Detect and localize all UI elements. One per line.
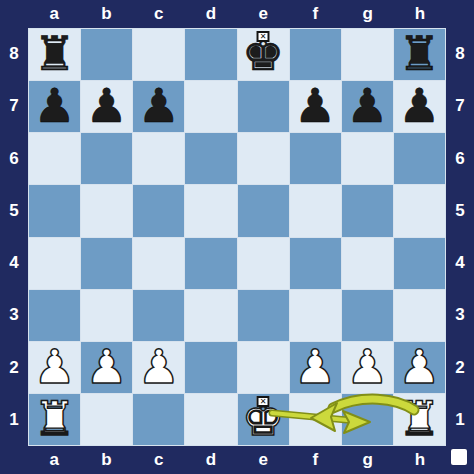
square-e7[interactable] bbox=[238, 81, 289, 132]
square-f2[interactable]: ♟ bbox=[290, 342, 341, 393]
square-d2[interactable] bbox=[185, 342, 236, 393]
square-a4[interactable] bbox=[29, 238, 80, 289]
square-f3[interactable] bbox=[290, 290, 341, 341]
square-b4[interactable] bbox=[81, 238, 132, 289]
square-f4[interactable] bbox=[290, 238, 341, 289]
square-c2[interactable]: ♟ bbox=[133, 342, 184, 393]
square-g2[interactable]: ♟ bbox=[342, 342, 393, 393]
square-d3[interactable] bbox=[185, 290, 236, 341]
square-b3[interactable] bbox=[81, 290, 132, 341]
square-a5[interactable] bbox=[29, 185, 80, 236]
square-e2[interactable] bbox=[238, 342, 289, 393]
file-label-a: a bbox=[49, 450, 58, 470]
square-g3[interactable] bbox=[342, 290, 393, 341]
white-king-cross-finial: ✕ bbox=[257, 396, 270, 407]
square-c1[interactable] bbox=[133, 394, 184, 445]
square-g1[interactable] bbox=[342, 394, 393, 445]
square-e3[interactable] bbox=[238, 290, 289, 341]
square-b6[interactable] bbox=[81, 133, 132, 184]
rank-label-7: 7 bbox=[455, 96, 464, 116]
piece-black-pawn-a7[interactable]: ♟ bbox=[33, 82, 75, 129]
square-a2[interactable]: ♟ bbox=[29, 342, 80, 393]
file-label-h: h bbox=[415, 4, 425, 24]
piece-white-pawn-a2[interactable]: ♟ bbox=[33, 343, 75, 390]
rank-label-2: 2 bbox=[9, 358, 18, 378]
rank-label-5: 5 bbox=[9, 201, 18, 221]
rank-labels-left: 87654321 bbox=[0, 28, 28, 446]
file-label-g: g bbox=[362, 4, 372, 24]
rank-label-7: 7 bbox=[9, 96, 18, 116]
file-label-e: e bbox=[258, 450, 267, 470]
square-f8[interactable] bbox=[290, 29, 341, 80]
square-f7[interactable]: ♟ bbox=[290, 81, 341, 132]
square-e5[interactable] bbox=[238, 185, 289, 236]
square-c7[interactable]: ♟ bbox=[133, 81, 184, 132]
square-e4[interactable] bbox=[238, 238, 289, 289]
rank-label-5: 5 bbox=[455, 201, 464, 221]
square-g8[interactable] bbox=[342, 29, 393, 80]
square-d7[interactable] bbox=[185, 81, 236, 132]
rank-label-2: 2 bbox=[455, 358, 464, 378]
file-label-a: a bbox=[49, 4, 58, 24]
file-label-c: c bbox=[154, 450, 163, 470]
square-d6[interactable] bbox=[185, 133, 236, 184]
piece-black-pawn-b7[interactable]: ♟ bbox=[86, 82, 128, 129]
rank-label-8: 8 bbox=[455, 44, 464, 64]
rank-label-6: 6 bbox=[455, 149, 464, 169]
rank-labels-right: 87654321 bbox=[446, 28, 474, 446]
square-h2[interactable]: ♟ bbox=[394, 342, 445, 393]
square-e1[interactable]: ♚✕ bbox=[238, 394, 289, 445]
rank-label-6: 6 bbox=[9, 149, 18, 169]
square-b1[interactable] bbox=[81, 394, 132, 445]
piece-white-pawn-b2[interactable]: ♟ bbox=[86, 343, 128, 390]
white-to-move-indicator bbox=[451, 449, 467, 465]
square-d8[interactable] bbox=[185, 29, 236, 80]
rank-label-1: 1 bbox=[9, 410, 18, 430]
square-c4[interactable] bbox=[133, 238, 184, 289]
square-c5[interactable] bbox=[133, 185, 184, 236]
piece-white-pawn-g2[interactable]: ♟ bbox=[346, 343, 388, 390]
chess-board-frame: abcdefgh abcdefgh 87654321 87654321 ♜♚✕♜… bbox=[0, 0, 474, 474]
file-label-c: c bbox=[154, 4, 163, 24]
square-e6[interactable] bbox=[238, 133, 289, 184]
piece-black-pawn-h7[interactable]: ♟ bbox=[398, 82, 440, 129]
piece-black-rook-a8[interactable]: ♜ bbox=[33, 30, 75, 77]
file-label-g: g bbox=[362, 450, 372, 470]
square-g7[interactable]: ♟ bbox=[342, 81, 393, 132]
square-h5[interactable] bbox=[394, 185, 445, 236]
square-b5[interactable] bbox=[81, 185, 132, 236]
square-c8[interactable] bbox=[133, 29, 184, 80]
square-b7[interactable]: ♟ bbox=[81, 81, 132, 132]
file-label-d: d bbox=[206, 4, 216, 24]
piece-black-pawn-g7[interactable]: ♟ bbox=[346, 82, 388, 129]
square-a3[interactable] bbox=[29, 290, 80, 341]
file-labels-bottom: abcdefgh bbox=[28, 446, 446, 474]
piece-black-rook-h8[interactable]: ♜ bbox=[398, 30, 440, 77]
square-h4[interactable] bbox=[394, 238, 445, 289]
square-h3[interactable] bbox=[394, 290, 445, 341]
square-g6[interactable] bbox=[342, 133, 393, 184]
file-label-d: d bbox=[206, 450, 216, 470]
square-g4[interactable] bbox=[342, 238, 393, 289]
square-h8[interactable]: ♜ bbox=[394, 29, 445, 80]
square-a8[interactable]: ♜ bbox=[29, 29, 80, 80]
piece-white-rook-a1[interactable]: ♜ bbox=[33, 395, 75, 442]
square-b8[interactable] bbox=[81, 29, 132, 80]
square-d5[interactable] bbox=[185, 185, 236, 236]
file-labels-top: abcdefgh bbox=[28, 0, 446, 28]
file-label-b: b bbox=[101, 4, 111, 24]
square-c6[interactable] bbox=[133, 133, 184, 184]
square-f6[interactable] bbox=[290, 133, 341, 184]
rank-label-1: 1 bbox=[455, 410, 464, 430]
square-f5[interactable] bbox=[290, 185, 341, 236]
square-g5[interactable] bbox=[342, 185, 393, 236]
file-label-h: h bbox=[415, 450, 425, 470]
square-a7[interactable]: ♟ bbox=[29, 81, 80, 132]
piece-white-rook-h1[interactable]: ♜ bbox=[398, 395, 440, 442]
square-f1[interactable] bbox=[290, 394, 341, 445]
square-a6[interactable] bbox=[29, 133, 80, 184]
square-a1[interactable]: ♜ bbox=[29, 394, 80, 445]
square-c3[interactable] bbox=[133, 290, 184, 341]
piece-white-pawn-c2[interactable]: ♟ bbox=[138, 343, 180, 390]
square-h6[interactable] bbox=[394, 133, 445, 184]
file-label-b: b bbox=[101, 450, 111, 470]
chess-board: ♜♚✕♜♟♟♟♟♟♟♟♟♟♟♟♟♜♚✕♜ bbox=[28, 28, 446, 446]
square-d4[interactable] bbox=[185, 238, 236, 289]
file-label-f: f bbox=[313, 4, 319, 24]
rank-label-4: 4 bbox=[9, 253, 18, 273]
black-king-cross-finial: ✕ bbox=[257, 31, 270, 42]
file-label-e: e bbox=[258, 4, 267, 24]
file-label-f: f bbox=[313, 450, 319, 470]
square-h1[interactable]: ♜ bbox=[394, 394, 445, 445]
square-d1[interactable] bbox=[185, 394, 236, 445]
square-e8[interactable]: ♚✕ bbox=[238, 29, 289, 80]
piece-black-pawn-c7[interactable]: ♟ bbox=[138, 82, 180, 129]
rank-label-3: 3 bbox=[455, 305, 464, 325]
piece-black-pawn-f7[interactable]: ♟ bbox=[294, 82, 336, 129]
rank-label-3: 3 bbox=[9, 305, 18, 325]
rank-label-4: 4 bbox=[455, 253, 464, 273]
piece-white-pawn-f2[interactable]: ♟ bbox=[294, 343, 336, 390]
square-b2[interactable]: ♟ bbox=[81, 342, 132, 393]
piece-white-pawn-h2[interactable]: ♟ bbox=[398, 343, 440, 390]
square-h7[interactable]: ♟ bbox=[394, 81, 445, 132]
rank-label-8: 8 bbox=[9, 44, 18, 64]
